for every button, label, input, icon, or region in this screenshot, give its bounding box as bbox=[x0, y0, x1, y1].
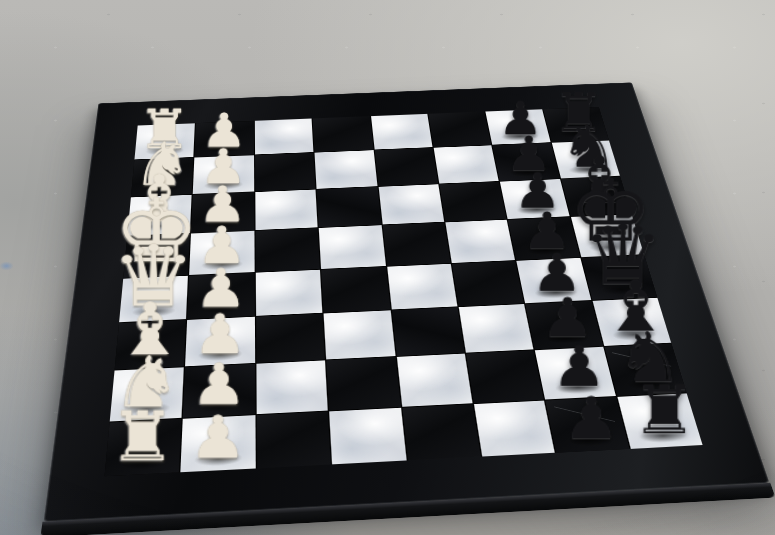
white-rook[interactable]: ♜ bbox=[108, 405, 175, 468]
board-grid: ♜♟♟♜♞♟♟♞♝♟♟♝♚♟♟♚♛♟♟♛♝♟♟♝♞♟♟♞♜♟♟♜ bbox=[104, 107, 702, 476]
square[interactable]: ♟ bbox=[180, 414, 255, 472]
square[interactable] bbox=[458, 303, 533, 352]
square[interactable] bbox=[255, 313, 324, 363]
square[interactable]: ♟ bbox=[545, 396, 629, 452]
square[interactable] bbox=[256, 411, 331, 468]
square[interactable] bbox=[255, 228, 320, 271]
square[interactable] bbox=[254, 152, 315, 190]
square[interactable] bbox=[386, 263, 457, 309]
board-tilt: ♜♟♟♜♞♟♟♞♝♟♟♝♚♟♟♚♛♟♟♛♝♟♟♝♞♟♟♞♜♟♟♜ bbox=[43, 82, 768, 521]
square[interactable] bbox=[439, 181, 507, 221]
white-pawn[interactable]: ♟ bbox=[189, 410, 247, 464]
square[interactable] bbox=[255, 269, 322, 315]
white-pawn[interactable]: ♟ bbox=[191, 358, 247, 410]
square[interactable] bbox=[473, 400, 554, 456]
square[interactable] bbox=[312, 116, 372, 152]
square[interactable] bbox=[316, 186, 380, 227]
square[interactable]: ♜ bbox=[104, 418, 181, 476]
square[interactable] bbox=[391, 307, 464, 356]
square[interactable] bbox=[428, 111, 491, 147]
square[interactable] bbox=[329, 407, 406, 464]
square[interactable] bbox=[396, 353, 472, 406]
square[interactable] bbox=[433, 145, 498, 183]
square[interactable] bbox=[256, 360, 328, 413]
square[interactable] bbox=[451, 260, 523, 306]
square[interactable] bbox=[326, 357, 400, 410]
square[interactable] bbox=[401, 403, 480, 460]
square[interactable] bbox=[318, 225, 385, 268]
square[interactable] bbox=[445, 219, 515, 262]
black-pawn[interactable]: ♟ bbox=[562, 391, 619, 444]
square[interactable]: ♜ bbox=[616, 392, 702, 448]
blue-paint-streak bbox=[0, 261, 16, 271]
square[interactable] bbox=[370, 113, 432, 149]
square[interactable] bbox=[382, 222, 450, 265]
square[interactable] bbox=[374, 148, 438, 186]
black-rook[interactable]: ♜ bbox=[631, 379, 697, 441]
chess-board: ♜♟♟♜♞♟♟♞♝♟♟♝♚♟♟♚♛♟♟♛♝♟♟♝♞♟♟♞♜♟♟♜ bbox=[43, 82, 768, 521]
square[interactable] bbox=[254, 118, 313, 154]
photo-scene: ♜♟♟♜♞♟♟♞♝♟♟♝♚♟♟♚♛♟♟♛♝♟♟♝♞♟♟♞♜♟♟♜ bbox=[0, 0, 775, 535]
square[interactable] bbox=[321, 266, 390, 312]
square[interactable] bbox=[378, 184, 444, 224]
square[interactable] bbox=[323, 310, 394, 359]
square[interactable] bbox=[314, 150, 376, 188]
square[interactable] bbox=[255, 189, 318, 230]
square[interactable] bbox=[465, 350, 543, 402]
